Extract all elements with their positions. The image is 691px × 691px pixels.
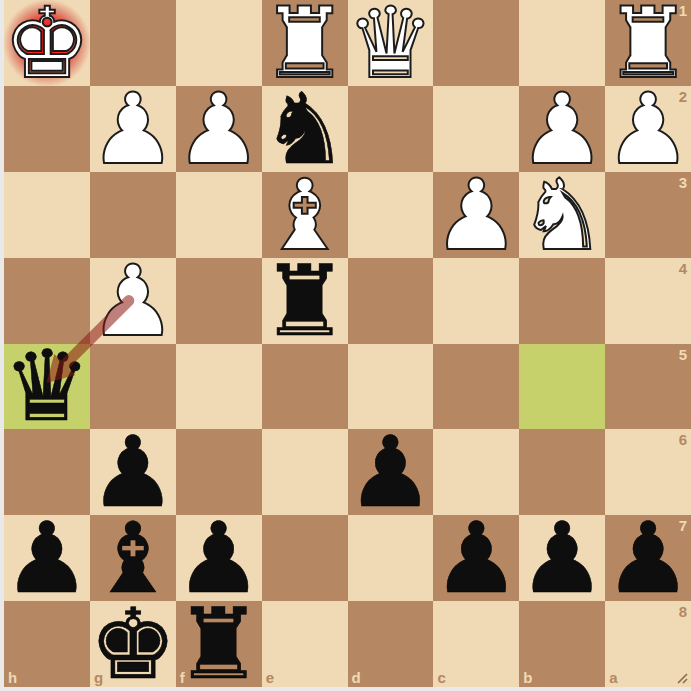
black-pawn[interactable]: ♟: [605, 515, 691, 601]
square-g2[interactable]: ♟: [90, 86, 176, 172]
square-g8[interactable]: ♚g: [90, 601, 176, 687]
rank-label-6: 6: [679, 431, 687, 448]
square-e6[interactable]: [262, 429, 348, 515]
square-d1[interactable]: ♛: [348, 0, 434, 86]
black-rook[interactable]: ♜: [176, 601, 262, 687]
chess-board[interactable]: ♚♜♛♜1♟♟♞♟♟2♝♟♞3♟♜4♛5♟♟6♟♝♟♟♟♟7h♚g♜fedcb8…: [4, 0, 691, 687]
black-king[interactable]: ♚: [90, 601, 176, 687]
white-queen[interactable]: ♛: [348, 0, 434, 86]
square-b7[interactable]: ♟: [519, 515, 605, 601]
white-pawn[interactable]: ♟: [90, 86, 176, 172]
square-h7[interactable]: ♟: [4, 515, 90, 601]
board-resize-handle[interactable]: [674, 670, 689, 685]
square-f8[interactable]: ♜f: [176, 601, 262, 687]
square-e7[interactable]: [262, 515, 348, 601]
rank-label-5: 5: [679, 346, 687, 363]
square-c5[interactable]: [433, 344, 519, 430]
white-king[interactable]: ♚: [4, 0, 90, 86]
file-label-a: a: [609, 669, 617, 686]
square-d3[interactable]: [348, 172, 434, 258]
square-c1[interactable]: [433, 0, 519, 86]
black-pawn[interactable]: ♟: [433, 515, 519, 601]
black-pawn[interactable]: ♟: [4, 515, 90, 601]
square-g4[interactable]: ♟: [90, 258, 176, 344]
square-a7[interactable]: ♟7: [605, 515, 691, 601]
page-background: ♚♜♛♜1♟♟♞♟♟2♝♟♞3♟♜4♛5♟♟6♟♝♟♟♟♟7h♚g♜fedcb8…: [0, 0, 691, 691]
black-pawn[interactable]: ♟: [348, 429, 434, 515]
square-a4[interactable]: 4: [605, 258, 691, 344]
square-e4[interactable]: ♜: [262, 258, 348, 344]
square-h5[interactable]: ♛: [4, 344, 90, 430]
white-pawn[interactable]: ♟: [605, 86, 691, 172]
file-label-b: b: [523, 669, 532, 686]
square-e8[interactable]: e: [262, 601, 348, 687]
square-d8[interactable]: d: [348, 601, 434, 687]
square-a5[interactable]: 5: [605, 344, 691, 430]
file-label-e: e: [266, 669, 274, 686]
white-pawn[interactable]: ♟: [433, 172, 519, 258]
square-c7[interactable]: ♟: [433, 515, 519, 601]
file-label-h: h: [8, 669, 17, 686]
square-d6[interactable]: ♟: [348, 429, 434, 515]
square-b3[interactable]: ♞: [519, 172, 605, 258]
white-knight[interactable]: ♞: [519, 172, 605, 258]
square-a2[interactable]: ♟2: [605, 86, 691, 172]
square-h1[interactable]: ♚: [4, 0, 90, 86]
black-pawn[interactable]: ♟: [519, 515, 605, 601]
square-f5[interactable]: [176, 344, 262, 430]
white-pawn[interactable]: ♟: [90, 258, 176, 344]
square-h3[interactable]: [4, 172, 90, 258]
square-b5[interactable]: [519, 344, 605, 430]
square-f4[interactable]: [176, 258, 262, 344]
square-f2[interactable]: ♟: [176, 86, 262, 172]
black-rook[interactable]: ♜: [262, 258, 348, 344]
black-queen[interactable]: ♛: [4, 344, 90, 430]
file-label-c: c: [437, 669, 445, 686]
rank-label-4: 4: [679, 260, 687, 277]
white-pawn[interactable]: ♟: [176, 86, 262, 172]
square-c3[interactable]: ♟: [433, 172, 519, 258]
square-d4[interactable]: [348, 258, 434, 344]
file-label-d: d: [352, 669, 361, 686]
